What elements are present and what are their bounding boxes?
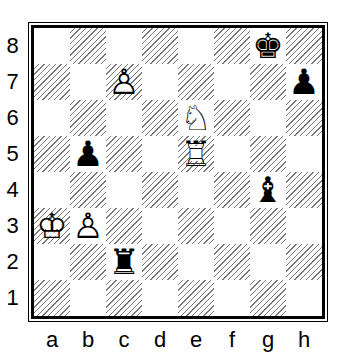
- piece-black-bishop[interactable]: ♝: [250, 172, 286, 208]
- square-f5[interactable]: [214, 136, 250, 172]
- square-c1[interactable]: [106, 280, 142, 316]
- square-c7[interactable]: ♟♙: [106, 64, 142, 100]
- square-c8[interactable]: [106, 28, 142, 64]
- square-f2[interactable]: [214, 244, 250, 280]
- file-label-c: c: [106, 325, 142, 355]
- square-h1[interactable]: [286, 280, 322, 316]
- file-label-e: e: [178, 325, 214, 355]
- square-g4[interactable]: ♝♝: [250, 172, 286, 208]
- file-label-b: b: [70, 325, 106, 355]
- piece-white-knight[interactable]: ♘: [178, 100, 214, 136]
- rank-labels: 87654321: [0, 28, 25, 316]
- square-g8[interactable]: ♚♚: [250, 28, 286, 64]
- square-g1[interactable]: [250, 280, 286, 316]
- square-a6[interactable]: [34, 100, 70, 136]
- square-d6[interactable]: [142, 100, 178, 136]
- square-f6[interactable]: [214, 100, 250, 136]
- square-a4[interactable]: [34, 172, 70, 208]
- square-e4[interactable]: [178, 172, 214, 208]
- square-e3[interactable]: [178, 208, 214, 244]
- square-h4[interactable]: [286, 172, 322, 208]
- square-e6[interactable]: ♞♘: [178, 100, 214, 136]
- square-d7[interactable]: [142, 64, 178, 100]
- square-f1[interactable]: [214, 280, 250, 316]
- square-g7[interactable]: [250, 64, 286, 100]
- square-h8[interactable]: [286, 28, 322, 64]
- square-d3[interactable]: [142, 208, 178, 244]
- square-c2[interactable]: ♜♜: [106, 244, 142, 280]
- piece-black-king[interactable]: ♚: [250, 28, 286, 64]
- rank-label-1: 1: [0, 280, 25, 316]
- square-h5[interactable]: [286, 136, 322, 172]
- chess-diagram-page: 87654321 ♚♚♟♙♟♟♞♘♟♟♜♖♝♝♚♔♟♙♜♜ abcdefgh: [0, 0, 360, 360]
- square-c6[interactable]: [106, 100, 142, 136]
- square-a2[interactable]: [34, 244, 70, 280]
- square-g3[interactable]: [250, 208, 286, 244]
- square-c4[interactable]: [106, 172, 142, 208]
- square-a7[interactable]: [34, 64, 70, 100]
- piece-black-pawn[interactable]: ♟: [286, 64, 322, 100]
- square-b5[interactable]: ♟♟: [70, 136, 106, 172]
- rank-label-5: 5: [0, 136, 25, 172]
- square-e1[interactable]: [178, 280, 214, 316]
- square-h7[interactable]: ♟♟: [286, 64, 322, 100]
- square-a3[interactable]: ♚♔: [34, 208, 70, 244]
- piece-black-rook[interactable]: ♜: [106, 244, 142, 280]
- square-h3[interactable]: [286, 208, 322, 244]
- square-a8[interactable]: [34, 28, 70, 64]
- board-frame: ♚♚♟♙♟♟♞♘♟♟♜♖♝♝♚♔♟♙♜♜: [28, 22, 328, 322]
- rank-label-7: 7: [0, 64, 25, 100]
- file-labels: abcdefgh: [34, 325, 322, 355]
- square-h6[interactable]: [286, 100, 322, 136]
- file-label-h: h: [286, 325, 322, 355]
- square-b6[interactable]: [70, 100, 106, 136]
- square-d1[interactable]: [142, 280, 178, 316]
- square-c3[interactable]: [106, 208, 142, 244]
- square-h2[interactable]: [286, 244, 322, 280]
- square-g5[interactable]: [250, 136, 286, 172]
- square-f7[interactable]: [214, 64, 250, 100]
- square-f3[interactable]: [214, 208, 250, 244]
- square-a5[interactable]: [34, 136, 70, 172]
- square-d8[interactable]: [142, 28, 178, 64]
- square-b4[interactable]: [70, 172, 106, 208]
- rank-label-6: 6: [0, 100, 25, 136]
- rank-label-2: 2: [0, 244, 25, 280]
- rank-label-8: 8: [0, 28, 25, 64]
- square-g2[interactable]: [250, 244, 286, 280]
- rank-label-3: 3: [0, 208, 25, 244]
- square-c5[interactable]: [106, 136, 142, 172]
- square-e8[interactable]: [178, 28, 214, 64]
- file-label-d: d: [142, 325, 178, 355]
- square-e7[interactable]: [178, 64, 214, 100]
- square-b3[interactable]: ♟♙: [70, 208, 106, 244]
- file-label-f: f: [214, 325, 250, 355]
- piece-white-pawn[interactable]: ♙: [106, 64, 142, 100]
- rank-label-4: 4: [0, 172, 25, 208]
- square-b7[interactable]: [70, 64, 106, 100]
- file-label-a: a: [34, 325, 70, 355]
- board-frame-inner: ♚♚♟♙♟♟♞♘♟♟♜♖♝♝♚♔♟♙♜♜: [31, 25, 325, 319]
- square-a1[interactable]: [34, 280, 70, 316]
- square-g6[interactable]: [250, 100, 286, 136]
- square-d4[interactable]: [142, 172, 178, 208]
- file-label-g: g: [250, 325, 286, 355]
- square-b2[interactable]: [70, 244, 106, 280]
- square-b1[interactable]: [70, 280, 106, 316]
- square-b8[interactable]: [70, 28, 106, 64]
- piece-black-pawn[interactable]: ♟: [70, 136, 106, 172]
- piece-white-rook[interactable]: ♖: [178, 136, 214, 172]
- chess-board: ♚♚♟♙♟♟♞♘♟♟♜♖♝♝♚♔♟♙♜♜: [34, 28, 322, 316]
- square-d5[interactable]: [142, 136, 178, 172]
- square-f8[interactable]: [214, 28, 250, 64]
- piece-white-king[interactable]: ♔: [34, 208, 70, 244]
- square-f4[interactable]: [214, 172, 250, 208]
- piece-white-pawn[interactable]: ♙: [70, 208, 106, 244]
- square-e2[interactable]: [178, 244, 214, 280]
- square-d2[interactable]: [142, 244, 178, 280]
- square-e5[interactable]: ♜♖: [178, 136, 214, 172]
